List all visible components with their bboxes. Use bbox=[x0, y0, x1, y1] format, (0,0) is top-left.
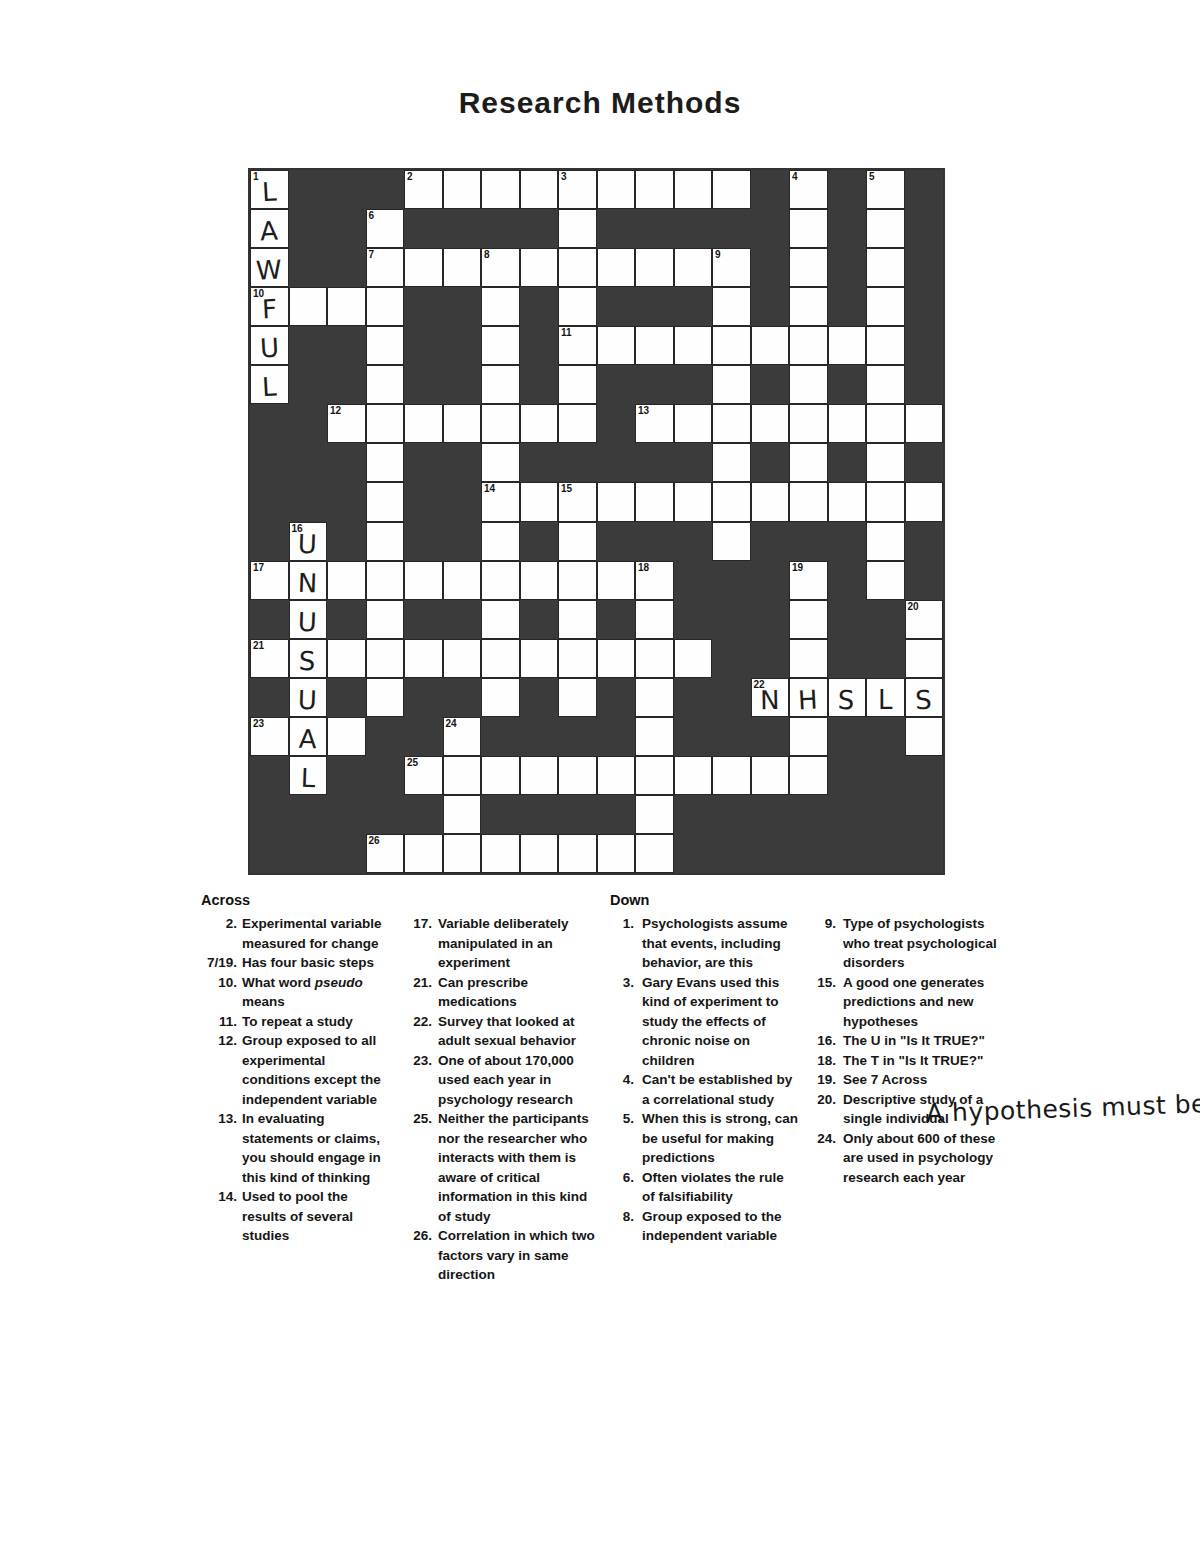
cell-r17c10 bbox=[597, 795, 636, 834]
cell-r5c9[interactable]: 11 bbox=[558, 326, 597, 365]
cell-r9c8[interactable] bbox=[520, 482, 559, 521]
cell-r14c14[interactable]: 22N bbox=[751, 678, 790, 717]
cell-r13c17 bbox=[866, 639, 905, 678]
handwritten-letter: S bbox=[838, 679, 856, 715]
cell-r10c5 bbox=[404, 522, 443, 561]
cell-r15c12 bbox=[674, 717, 713, 756]
cell-r4c12 bbox=[674, 287, 713, 326]
cell-r7c9[interactable] bbox=[558, 404, 597, 443]
cell-r3c3 bbox=[327, 248, 366, 287]
clue-num: 3. bbox=[610, 973, 634, 1071]
cell-r10c6 bbox=[443, 522, 482, 561]
clue-item: 13.In evaluating statements or claims, y… bbox=[201, 1109, 384, 1187]
cell-r9c6 bbox=[443, 482, 482, 521]
cell-r16c1 bbox=[250, 756, 289, 795]
clue-number: 14 bbox=[484, 483, 495, 494]
cell-r1c5[interactable]: 2 bbox=[404, 170, 443, 209]
cell-r7c16[interactable] bbox=[828, 404, 867, 443]
cell-r11c11[interactable]: 18 bbox=[635, 561, 674, 600]
cell-r17c9 bbox=[558, 795, 597, 834]
cell-r2c5 bbox=[404, 209, 443, 248]
cell-r8c7[interactable] bbox=[481, 443, 520, 482]
cell-r11c9[interactable] bbox=[558, 561, 597, 600]
cell-r8c5 bbox=[404, 443, 443, 482]
clue-num: 14. bbox=[201, 1187, 237, 1246]
cell-r16c18 bbox=[905, 756, 944, 795]
cell-r13c9[interactable] bbox=[558, 639, 597, 678]
cell-r11c5[interactable] bbox=[404, 561, 443, 600]
cell-r9c14[interactable] bbox=[751, 482, 790, 521]
cell-r11c7[interactable] bbox=[481, 561, 520, 600]
cell-r15c6[interactable]: 24 bbox=[443, 717, 482, 756]
cell-r1c9[interactable]: 3 bbox=[558, 170, 597, 209]
cell-r8c14 bbox=[751, 443, 790, 482]
clue-num: 12. bbox=[201, 1031, 237, 1109]
clue-text: Gary Evans used this kind of experiment … bbox=[642, 973, 800, 1071]
cell-r11c10[interactable] bbox=[597, 561, 636, 600]
cell-r15c14 bbox=[751, 717, 790, 756]
cell-r2c2 bbox=[289, 209, 328, 248]
cell-r7c13[interactable] bbox=[712, 404, 751, 443]
cell-r6c12 bbox=[674, 365, 713, 404]
cell-r10c16 bbox=[828, 522, 867, 561]
clue-num: 17. bbox=[405, 914, 432, 973]
cell-r18c11[interactable] bbox=[635, 834, 674, 873]
cell-r6c7[interactable] bbox=[481, 365, 520, 404]
cell-r3c13[interactable]: 9 bbox=[712, 248, 751, 287]
clue-number: 11 bbox=[561, 327, 572, 338]
cell-r14c5 bbox=[404, 678, 443, 717]
cell-r8c15[interactable] bbox=[789, 443, 828, 482]
cell-r16c13[interactable] bbox=[712, 756, 751, 795]
cell-r18c4[interactable]: 26 bbox=[366, 834, 405, 873]
cell-r12c11[interactable] bbox=[635, 600, 674, 639]
cell-r7c7[interactable] bbox=[481, 404, 520, 443]
clue-text: Group exposed to the independent variabl… bbox=[642, 1207, 800, 1246]
clue-number: 9 bbox=[715, 249, 721, 260]
cell-r10c2[interactable]: 16U bbox=[289, 522, 328, 561]
clue-item: 19.See 7 Across bbox=[806, 1070, 999, 1090]
clue-text: Has four basic steps bbox=[242, 953, 384, 973]
cell-r3c8[interactable] bbox=[520, 248, 559, 287]
cell-r16c4 bbox=[366, 756, 405, 795]
clue-item: 3.Gary Evans used this kind of experimen… bbox=[610, 973, 800, 1071]
cell-r8c13[interactable] bbox=[712, 443, 751, 482]
clue-item: 5.When this is strong, can be useful for… bbox=[610, 1109, 800, 1168]
handwritten-letter: L bbox=[261, 172, 277, 208]
cell-r4c7[interactable] bbox=[481, 287, 520, 326]
clue-number: 2 bbox=[407, 171, 413, 182]
cell-r6c13[interactable] bbox=[712, 365, 751, 404]
clue-num: 5. bbox=[610, 1109, 634, 1168]
cell-r5c7[interactable] bbox=[481, 326, 520, 365]
clue-item: 8.Group exposed to the independent varia… bbox=[610, 1207, 800, 1246]
cell-r5c10[interactable] bbox=[597, 326, 636, 365]
cell-r4c4[interactable] bbox=[366, 287, 405, 326]
cell-r18c9[interactable] bbox=[558, 834, 597, 873]
handwritten-letter: L bbox=[878, 680, 893, 715]
cell-r10c9[interactable] bbox=[558, 522, 597, 561]
cell-r16c5[interactable]: 25 bbox=[404, 756, 443, 795]
cell-r3c6[interactable] bbox=[443, 248, 482, 287]
cell-r12c10 bbox=[597, 600, 636, 639]
clue-text: Correlation in which two factors vary in… bbox=[438, 1226, 596, 1285]
cell-r4c6 bbox=[443, 287, 482, 326]
clue-num: 15. bbox=[806, 973, 836, 1032]
cell-r5c15[interactable] bbox=[789, 326, 828, 365]
cell-r18c10[interactable] bbox=[597, 834, 636, 873]
cell-r13c5[interactable] bbox=[404, 639, 443, 678]
cell-r5c16[interactable] bbox=[828, 326, 867, 365]
cell-r7c18[interactable] bbox=[905, 404, 944, 443]
cell-r13c6[interactable] bbox=[443, 639, 482, 678]
cell-r4c14 bbox=[751, 287, 790, 326]
cell-r18c18 bbox=[905, 834, 944, 873]
cell-r4c2[interactable] bbox=[289, 287, 328, 326]
cell-r13c10[interactable] bbox=[597, 639, 636, 678]
cell-r8c4[interactable] bbox=[366, 443, 405, 482]
cell-r3c10[interactable] bbox=[597, 248, 636, 287]
clue-number: 21 bbox=[253, 640, 264, 651]
cell-r4c16 bbox=[828, 287, 867, 326]
cell-r14c4[interactable] bbox=[366, 678, 405, 717]
cell-r18c5[interactable] bbox=[404, 834, 443, 873]
cell-r5c13[interactable] bbox=[712, 326, 751, 365]
cell-r1c10[interactable] bbox=[597, 170, 636, 209]
down-clue-list-1: 1.Psychologists assume that events, incl… bbox=[610, 914, 800, 1246]
cell-r12c18[interactable]: 20 bbox=[905, 600, 944, 639]
cell-r13c16 bbox=[828, 639, 867, 678]
cell-r11c17[interactable] bbox=[866, 561, 905, 600]
cell-r11c1[interactable]: 17 bbox=[250, 561, 289, 600]
cell-r18c7[interactable] bbox=[481, 834, 520, 873]
cell-r4c10 bbox=[597, 287, 636, 326]
clue-number: 24 bbox=[446, 718, 457, 729]
clue-number: 26 bbox=[369, 835, 380, 846]
cell-r7c14[interactable] bbox=[751, 404, 790, 443]
cell-r11c15[interactable]: 19 bbox=[789, 561, 828, 600]
cell-r7c5[interactable] bbox=[404, 404, 443, 443]
cell-r5c4[interactable] bbox=[366, 326, 405, 365]
cell-r5c14[interactable] bbox=[751, 326, 790, 365]
cell-r4c3[interactable] bbox=[327, 287, 366, 326]
cell-r5c12[interactable] bbox=[674, 326, 713, 365]
cell-r16c7[interactable] bbox=[481, 756, 520, 795]
cell-r2c9[interactable] bbox=[558, 209, 597, 248]
cell-r6c17[interactable] bbox=[866, 365, 905, 404]
cell-r16c17 bbox=[866, 756, 905, 795]
cell-r9c16[interactable] bbox=[828, 482, 867, 521]
cell-r4c5 bbox=[404, 287, 443, 326]
cell-r15c10 bbox=[597, 717, 636, 756]
clue-text: When this is strong, can be useful for m… bbox=[642, 1109, 800, 1168]
cell-r10c15 bbox=[789, 522, 828, 561]
cell-r8c17[interactable] bbox=[866, 443, 905, 482]
cell-r15c15[interactable] bbox=[789, 717, 828, 756]
cell-r9c10[interactable] bbox=[597, 482, 636, 521]
cell-r11c2[interactable]: N bbox=[289, 561, 328, 600]
cell-r7c8[interactable] bbox=[520, 404, 559, 443]
cell-r17c14 bbox=[751, 795, 790, 834]
cell-r2c12 bbox=[674, 209, 713, 248]
across-clues-col1: Across 2.Experimental variable measured … bbox=[201, 892, 384, 1246]
cell-r15c3[interactable] bbox=[327, 717, 366, 756]
cell-r9c5 bbox=[404, 482, 443, 521]
cell-r16c10[interactable] bbox=[597, 756, 636, 795]
cell-r13c4[interactable] bbox=[366, 639, 405, 678]
cell-r9c9[interactable]: 15 bbox=[558, 482, 597, 521]
cell-r12c4[interactable] bbox=[366, 600, 405, 639]
cell-r15c11[interactable] bbox=[635, 717, 674, 756]
cell-r2c10 bbox=[597, 209, 636, 248]
cell-r3c5[interactable] bbox=[404, 248, 443, 287]
cell-r15c18[interactable] bbox=[905, 717, 944, 756]
cell-r14c11[interactable] bbox=[635, 678, 674, 717]
cell-r3c16 bbox=[828, 248, 867, 287]
cell-r17c16 bbox=[828, 795, 867, 834]
cell-r10c18 bbox=[905, 522, 944, 561]
cell-r1c1[interactable]: 1L bbox=[250, 170, 289, 209]
cell-r15c9 bbox=[558, 717, 597, 756]
cell-r3c12[interactable] bbox=[674, 248, 713, 287]
cell-r1c12[interactable] bbox=[674, 170, 713, 209]
clue-item: 18.The T in "Is It TRUE?" bbox=[806, 1051, 999, 1071]
cell-r4c15[interactable] bbox=[789, 287, 828, 326]
clue-number: 13 bbox=[638, 405, 649, 416]
cell-r11c8[interactable] bbox=[520, 561, 559, 600]
clue-text: Can prescribe medications bbox=[438, 973, 596, 1012]
cell-r18c2 bbox=[289, 834, 328, 873]
cell-r2c4[interactable]: 6 bbox=[366, 209, 405, 248]
cell-r17c15 bbox=[789, 795, 828, 834]
cell-r6c1[interactable]: L bbox=[250, 365, 289, 404]
cell-r1c11[interactable] bbox=[635, 170, 674, 209]
cell-r1c17[interactable]: 5 bbox=[866, 170, 905, 209]
cell-r5c17[interactable] bbox=[866, 326, 905, 365]
cell-r9c15[interactable] bbox=[789, 482, 828, 521]
worksheet-page: Research Methods 1L2345A6W78910FU11L1213… bbox=[0, 0, 1200, 1553]
cell-r9c12[interactable] bbox=[674, 482, 713, 521]
cell-r4c1[interactable]: 10F bbox=[250, 287, 289, 326]
cell-r6c11 bbox=[635, 365, 674, 404]
cell-r1c7[interactable] bbox=[481, 170, 520, 209]
cell-r11c16 bbox=[828, 561, 867, 600]
cell-r3c17[interactable] bbox=[866, 248, 905, 287]
cell-r9c13[interactable] bbox=[712, 482, 751, 521]
cell-r12c14 bbox=[751, 600, 790, 639]
handwritten-letter: W bbox=[255, 249, 283, 285]
cell-r8c2 bbox=[289, 443, 328, 482]
cell-r16c14[interactable] bbox=[751, 756, 790, 795]
cell-r7c11[interactable]: 13 bbox=[635, 404, 674, 443]
cell-r9c7[interactable]: 14 bbox=[481, 482, 520, 521]
cell-r14c8 bbox=[520, 678, 559, 717]
cell-r11c3[interactable] bbox=[327, 561, 366, 600]
cell-r10c11 bbox=[635, 522, 674, 561]
cell-r9c18[interactable] bbox=[905, 482, 944, 521]
clue-text: Only about 600 of these are used in psyc… bbox=[843, 1129, 999, 1188]
clue-number: 7 bbox=[369, 249, 375, 260]
cell-r13c18[interactable] bbox=[905, 639, 944, 678]
clue-text-segment: means bbox=[242, 994, 285, 1009]
cell-r4c17[interactable] bbox=[866, 287, 905, 326]
cell-r17c13 bbox=[712, 795, 751, 834]
cell-r13c2[interactable]: S bbox=[289, 639, 328, 678]
cell-r7c3[interactable]: 12 bbox=[327, 404, 366, 443]
cell-r16c6[interactable] bbox=[443, 756, 482, 795]
cell-r12c6 bbox=[443, 600, 482, 639]
cell-r16c3 bbox=[327, 756, 366, 795]
cell-r14c3 bbox=[327, 678, 366, 717]
clue-num: 21. bbox=[405, 973, 432, 1012]
cell-r1c13[interactable] bbox=[712, 170, 751, 209]
cell-r12c9[interactable] bbox=[558, 600, 597, 639]
cell-r4c9[interactable] bbox=[558, 287, 597, 326]
cell-r12c13 bbox=[712, 600, 751, 639]
cell-r10c14 bbox=[751, 522, 790, 561]
cell-r2c16 bbox=[828, 209, 867, 248]
cell-r14c9[interactable] bbox=[558, 678, 597, 717]
cell-r10c4[interactable] bbox=[366, 522, 405, 561]
cell-r16c11[interactable] bbox=[635, 756, 674, 795]
cell-r14c10 bbox=[597, 678, 636, 717]
cell-r8c10 bbox=[597, 443, 636, 482]
cell-r13c8[interactable] bbox=[520, 639, 559, 678]
cell-r13c14 bbox=[751, 639, 790, 678]
cell-r2c17[interactable] bbox=[866, 209, 905, 248]
cell-r13c11[interactable] bbox=[635, 639, 674, 678]
cell-r6c15[interactable] bbox=[789, 365, 828, 404]
cell-r16c8[interactable] bbox=[520, 756, 559, 795]
cell-r11c14 bbox=[751, 561, 790, 600]
cell-r13c1[interactable]: 21 bbox=[250, 639, 289, 678]
cell-r2c1[interactable]: A bbox=[250, 209, 289, 248]
cell-r13c12[interactable] bbox=[674, 639, 713, 678]
clue-item: 4.Can't be established by a correlationa… bbox=[610, 1070, 800, 1109]
cell-r1c15[interactable]: 4 bbox=[789, 170, 828, 209]
cell-r12c2[interactable]: U bbox=[289, 600, 328, 639]
cell-r11c4[interactable] bbox=[366, 561, 405, 600]
cell-r1c14 bbox=[751, 170, 790, 209]
clue-num: 6. bbox=[610, 1168, 634, 1207]
clue-num: 8. bbox=[610, 1207, 634, 1246]
cell-r17c2 bbox=[289, 795, 328, 834]
cell-r1c6[interactable] bbox=[443, 170, 482, 209]
cell-r1c2 bbox=[289, 170, 328, 209]
across-clue-list-1: 2.Experimental variable measured for cha… bbox=[201, 914, 384, 1246]
cell-r17c6[interactable] bbox=[443, 795, 482, 834]
cell-r18c8[interactable] bbox=[520, 834, 559, 873]
cell-r9c4[interactable] bbox=[366, 482, 405, 521]
cell-r14c2[interactable]: U bbox=[289, 678, 328, 717]
cell-r16c9[interactable] bbox=[558, 756, 597, 795]
clue-item: 24.Only about 600 of these are used in p… bbox=[806, 1129, 999, 1188]
cell-r9c17[interactable] bbox=[866, 482, 905, 521]
cell-r2c15[interactable] bbox=[789, 209, 828, 248]
clue-text: To repeat a study bbox=[242, 1012, 384, 1032]
cell-r17c11[interactable] bbox=[635, 795, 674, 834]
cell-r12c8 bbox=[520, 600, 559, 639]
cell-r18c6[interactable] bbox=[443, 834, 482, 873]
cell-r9c11[interactable] bbox=[635, 482, 674, 521]
cell-r5c18 bbox=[905, 326, 944, 365]
cell-r3c7[interactable]: 8 bbox=[481, 248, 520, 287]
cell-r7c6[interactable] bbox=[443, 404, 482, 443]
cell-r18c1 bbox=[250, 834, 289, 873]
cell-r11c6[interactable] bbox=[443, 561, 482, 600]
clue-num: 24. bbox=[806, 1129, 836, 1188]
cell-r10c7[interactable] bbox=[481, 522, 520, 561]
clue-text: Psychologists assume that events, includ… bbox=[642, 914, 800, 973]
cell-r13c3[interactable] bbox=[327, 639, 366, 678]
cell-r1c8[interactable] bbox=[520, 170, 559, 209]
cell-r5c3 bbox=[327, 326, 366, 365]
clue-num: 2. bbox=[201, 914, 237, 953]
cell-r15c1[interactable]: 23 bbox=[250, 717, 289, 756]
cell-r14c7[interactable] bbox=[481, 678, 520, 717]
across-clue-list-2: 17.Variable deliberately manipulated in … bbox=[405, 914, 596, 1285]
cell-r14c15[interactable]: H bbox=[789, 678, 828, 717]
cell-r8c6 bbox=[443, 443, 482, 482]
cell-r3c1[interactable]: W bbox=[250, 248, 289, 287]
down-clues-col2: 9.Type of psychologists who treat psycho… bbox=[806, 914, 999, 1187]
cell-r16c15[interactable] bbox=[789, 756, 828, 795]
cell-r3c9[interactable] bbox=[558, 248, 597, 287]
cell-r14c18[interactable]: S bbox=[905, 678, 944, 717]
cell-r12c7[interactable] bbox=[481, 600, 520, 639]
cell-r3c4[interactable]: 7 bbox=[366, 248, 405, 287]
cell-r13c15[interactable] bbox=[789, 639, 828, 678]
cell-r3c15[interactable] bbox=[789, 248, 828, 287]
cell-r7c12[interactable] bbox=[674, 404, 713, 443]
cell-r6c4[interactable] bbox=[366, 365, 405, 404]
cell-r7c4[interactable] bbox=[366, 404, 405, 443]
clue-text: Survey that looked at adult sexual behav… bbox=[438, 1012, 596, 1051]
clue-number: 18 bbox=[638, 562, 649, 573]
cell-r7c10 bbox=[597, 404, 636, 443]
handwritten-letter: U bbox=[298, 523, 318, 559]
cell-r7c17[interactable] bbox=[866, 404, 905, 443]
cell-r7c15[interactable] bbox=[789, 404, 828, 443]
cell-r5c8 bbox=[520, 326, 559, 365]
cell-r16c12[interactable] bbox=[674, 756, 713, 795]
cell-r10c1 bbox=[250, 522, 289, 561]
cell-r10c17[interactable] bbox=[866, 522, 905, 561]
cell-r3c11[interactable] bbox=[635, 248, 674, 287]
cell-r5c1[interactable]: U bbox=[250, 326, 289, 365]
cell-r14c16[interactable]: S bbox=[828, 678, 867, 717]
cell-r15c2[interactable]: A bbox=[289, 717, 328, 756]
cell-r5c11[interactable] bbox=[635, 326, 674, 365]
handwritten-letter: N bbox=[297, 562, 318, 598]
cell-r6c6 bbox=[443, 365, 482, 404]
cell-r6c18 bbox=[905, 365, 944, 404]
clue-text-italic: pseudo bbox=[315, 975, 363, 990]
clue-num: 19. bbox=[806, 1070, 836, 1090]
clue-num: 16. bbox=[806, 1031, 836, 1051]
clue-item: 12.Group exposed to all experimental con… bbox=[201, 1031, 384, 1109]
cell-r4c13[interactable] bbox=[712, 287, 751, 326]
cell-r10c12 bbox=[674, 522, 713, 561]
across-clues-col2: 17.Variable deliberately manipulated in … bbox=[405, 914, 596, 1285]
cell-r16c2[interactable]: L bbox=[289, 756, 328, 795]
cell-r14c17[interactable]: L bbox=[866, 678, 905, 717]
cell-r10c13[interactable] bbox=[712, 522, 751, 561]
clue-text: Experimental variable measured for chang… bbox=[242, 914, 384, 953]
cell-r12c15[interactable] bbox=[789, 600, 828, 639]
cell-r6c9[interactable] bbox=[558, 365, 597, 404]
cell-r13c7[interactable] bbox=[481, 639, 520, 678]
